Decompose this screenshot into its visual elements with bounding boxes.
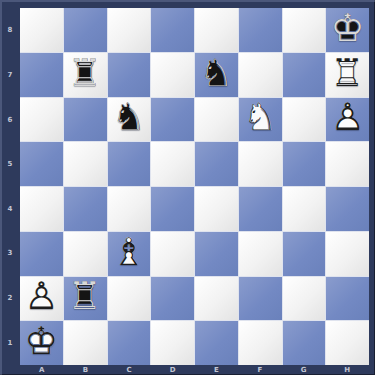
rank-label-1: 1 — [0, 320, 20, 365]
square-g7[interactable] — [283, 53, 326, 97]
square-h3[interactable] — [326, 232, 369, 276]
square-e5[interactable] — [195, 142, 238, 186]
rank-label-2: 2 — [0, 276, 20, 321]
square-a3[interactable] — [20, 232, 63, 276]
square-b1[interactable] — [64, 321, 107, 365]
square-c4[interactable] — [108, 187, 151, 231]
square-f8[interactable] — [239, 8, 282, 52]
rank-label-8: 8 — [0, 8, 20, 53]
square-f2[interactable] — [239, 277, 282, 321]
white-king-glyph-outline: ♔ — [24, 323, 58, 361]
square-e4[interactable] — [195, 187, 238, 231]
square-b2[interactable]: ♜♖ — [64, 277, 107, 321]
square-f5[interactable] — [239, 142, 282, 186]
square-a4[interactable] — [20, 187, 63, 231]
file-label-g: G — [282, 365, 326, 375]
square-g5[interactable] — [283, 142, 326, 186]
file-label-f: F — [238, 365, 282, 375]
white-rook[interactable]: ♜♖ — [326, 53, 369, 97]
file-label-b: B — [64, 365, 108, 375]
square-d5[interactable] — [151, 142, 194, 186]
square-h4[interactable] — [326, 187, 369, 231]
square-c8[interactable] — [108, 8, 151, 52]
square-a6[interactable] — [20, 98, 63, 142]
black-knight-glyph-outline: ♘ — [112, 99, 146, 137]
file-label-e: E — [195, 365, 239, 375]
black-rook[interactable]: ♜♖ — [64, 277, 107, 321]
square-f3[interactable] — [239, 232, 282, 276]
rank-label-6: 6 — [0, 97, 20, 142]
black-knight-glyph-outline: ♘ — [199, 54, 233, 92]
chess-board-frame: 87654321 ♚♔♜♖♞♘♜♖♞♘♞♘♟♙♝♗♟♙♜♖♚♔ ABCDEFGH — [0, 0, 375, 375]
black-knight[interactable]: ♞♘ — [195, 53, 238, 97]
white-bishop[interactable]: ♝♗ — [108, 232, 151, 276]
square-d3[interactable] — [151, 232, 194, 276]
black-rook-glyph-outline: ♖ — [68, 278, 102, 316]
square-c6[interactable]: ♞♘ — [108, 98, 151, 142]
square-e7[interactable]: ♞♘ — [195, 53, 238, 97]
square-f6[interactable]: ♞♘ — [239, 98, 282, 142]
file-label-a: A — [20, 365, 64, 375]
rank-label-3: 3 — [0, 231, 20, 276]
white-knight[interactable]: ♞♘ — [239, 98, 282, 142]
white-pawn[interactable]: ♟♙ — [326, 98, 369, 142]
square-h7[interactable]: ♜♖ — [326, 53, 369, 97]
square-a8[interactable] — [20, 8, 63, 52]
square-a5[interactable] — [20, 142, 63, 186]
square-d7[interactable] — [151, 53, 194, 97]
file-label-d: D — [151, 365, 195, 375]
black-rook[interactable]: ♜♖ — [64, 53, 107, 97]
square-b7[interactable]: ♜♖ — [64, 53, 107, 97]
file-label-c: C — [107, 365, 151, 375]
square-e1[interactable] — [195, 321, 238, 365]
black-king-glyph-outline: ♔ — [331, 9, 365, 47]
square-f7[interactable] — [239, 53, 282, 97]
white-rook-glyph-outline: ♖ — [331, 54, 365, 92]
square-c7[interactable] — [108, 53, 151, 97]
square-c2[interactable] — [108, 277, 151, 321]
square-h6[interactable]: ♟♙ — [326, 98, 369, 142]
square-b8[interactable] — [64, 8, 107, 52]
square-g4[interactable] — [283, 187, 326, 231]
square-a2[interactable]: ♟♙ — [20, 277, 63, 321]
square-e8[interactable] — [195, 8, 238, 52]
black-rook-glyph-outline: ♖ — [68, 54, 102, 92]
square-a7[interactable] — [20, 53, 63, 97]
square-d4[interactable] — [151, 187, 194, 231]
white-knight-glyph-outline: ♘ — [243, 99, 277, 137]
rank-label-4: 4 — [0, 187, 20, 232]
white-pawn-glyph-outline: ♙ — [24, 278, 58, 316]
square-e2[interactable] — [195, 277, 238, 321]
square-c1[interactable] — [108, 321, 151, 365]
file-labels: ABCDEFGH — [20, 365, 369, 375]
square-b6[interactable] — [64, 98, 107, 142]
square-d8[interactable] — [151, 8, 194, 52]
square-e3[interactable] — [195, 232, 238, 276]
square-g1[interactable] — [283, 321, 326, 365]
square-b5[interactable] — [64, 142, 107, 186]
square-g6[interactable] — [283, 98, 326, 142]
square-b3[interactable] — [64, 232, 107, 276]
square-h5[interactable] — [326, 142, 369, 186]
chess-board: ♚♔♜♖♞♘♜♖♞♘♞♘♟♙♝♗♟♙♜♖♚♔ — [20, 8, 369, 365]
square-h8[interactable]: ♚♔ — [326, 8, 369, 52]
square-d6[interactable] — [151, 98, 194, 142]
black-king[interactable]: ♚♔ — [326, 8, 369, 52]
white-bishop-glyph-outline: ♗ — [112, 233, 146, 271]
square-d2[interactable] — [151, 277, 194, 321]
square-c5[interactable] — [108, 142, 151, 186]
square-g2[interactable] — [283, 277, 326, 321]
square-f4[interactable] — [239, 187, 282, 231]
square-f1[interactable] — [239, 321, 282, 365]
square-g8[interactable] — [283, 8, 326, 52]
square-a1[interactable]: ♚♔ — [20, 321, 63, 365]
rank-label-5: 5 — [0, 142, 20, 187]
rank-labels: 87654321 — [0, 8, 20, 365]
square-g3[interactable] — [283, 232, 326, 276]
white-pawn[interactable]: ♟♙ — [20, 277, 63, 321]
white-pawn-glyph-outline: ♙ — [331, 99, 365, 137]
square-e6[interactable] — [195, 98, 238, 142]
white-king[interactable]: ♚♔ — [20, 321, 63, 365]
square-h1[interactable] — [326, 321, 369, 365]
black-knight[interactable]: ♞♘ — [108, 98, 151, 142]
square-h2[interactable] — [326, 277, 369, 321]
square-d1[interactable] — [151, 321, 194, 365]
file-label-h: H — [325, 365, 369, 375]
square-c3[interactable]: ♝♗ — [108, 232, 151, 276]
square-b4[interactable] — [64, 187, 107, 231]
rank-label-7: 7 — [0, 53, 20, 98]
